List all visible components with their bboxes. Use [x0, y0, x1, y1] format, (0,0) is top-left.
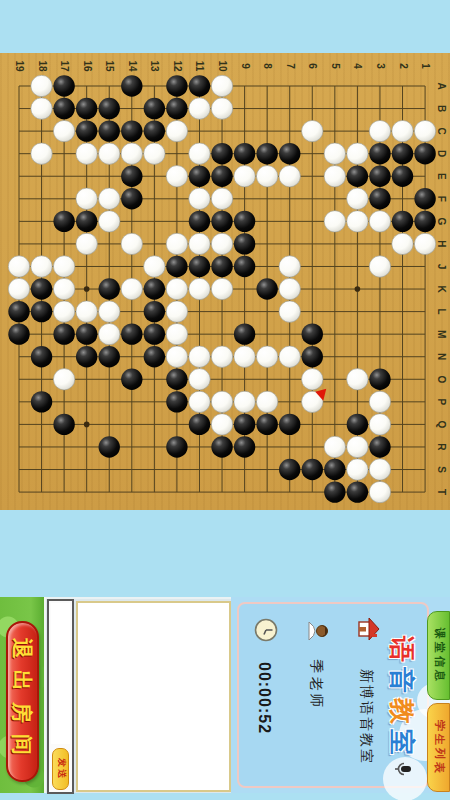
black-stone: [166, 75, 187, 96]
house-icon: [351, 616, 381, 642]
svg-text:17: 17: [59, 60, 70, 72]
black-stone: [76, 211, 97, 232]
black-stone: [53, 75, 74, 96]
tab-class-info-label: 课堂信息: [432, 628, 447, 684]
svg-text:O: O: [436, 375, 447, 383]
black-stone: [414, 211, 435, 232]
white-stone: [414, 233, 435, 254]
send-button-label: 发送: [55, 758, 68, 780]
svg-text:1: 1: [420, 63, 431, 69]
white-stone: [369, 211, 390, 232]
white-stone: [302, 369, 323, 390]
black-stone: [369, 166, 390, 187]
black-stone: [234, 414, 255, 435]
svg-text:F: F: [436, 196, 447, 202]
black-stone: [53, 211, 74, 232]
white-stone: [324, 166, 345, 187]
white-stone: [31, 98, 52, 119]
send-button[interactable]: 发送: [52, 748, 69, 790]
white-stone: [189, 391, 210, 412]
white-stone: [99, 211, 120, 232]
info-panel: 00:00:52 季老师 新博语音教室 语音教室: [231, 597, 450, 793]
teacher-name: 季老师: [307, 660, 325, 711]
black-stone: [8, 301, 29, 322]
white-stone: [211, 391, 232, 412]
white-stone: [189, 346, 210, 367]
black-stone: [121, 120, 142, 141]
svg-text:8: 8: [262, 63, 273, 69]
black-stone: [53, 98, 74, 119]
white-stone: [53, 301, 74, 322]
black-stone: [76, 346, 97, 367]
white-stone: [166, 346, 187, 367]
svg-text:E: E: [436, 173, 447, 180]
black-stone: [234, 323, 255, 344]
white-stone: [347, 369, 368, 390]
white-stone: [121, 143, 142, 164]
svg-text:11: 11: [194, 61, 205, 72]
white-stone: [99, 143, 120, 164]
black-stone: [234, 211, 255, 232]
exit-room-label: 退出房间: [8, 638, 36, 766]
svg-text:K: K: [436, 285, 447, 293]
black-stone: [144, 98, 165, 119]
svg-text:12: 12: [172, 60, 183, 72]
logo-text: 语音教室: [384, 636, 419, 760]
svg-text:T: T: [436, 489, 447, 495]
app-screen: 19181716151413121110987654321ABCDEFGHJKL…: [0, 0, 450, 800]
svg-text:2: 2: [398, 63, 409, 69]
black-stone: [347, 414, 368, 435]
black-stone: [324, 481, 345, 502]
black-stone: [324, 459, 345, 480]
black-stone: [144, 301, 165, 322]
black-stone: [302, 459, 323, 480]
black-stone: [31, 391, 52, 412]
black-stone: [189, 166, 210, 187]
svg-text:14: 14: [127, 60, 138, 72]
black-stone: [144, 278, 165, 299]
svg-text:N: N: [436, 353, 447, 360]
white-stone: [392, 233, 413, 254]
black-stone: [392, 143, 413, 164]
white-stone: [234, 391, 255, 412]
black-stone: [121, 369, 142, 390]
svg-text:18: 18: [37, 60, 48, 72]
black-stone: [189, 211, 210, 232]
black-stone: [121, 166, 142, 187]
white-stone: [347, 143, 368, 164]
white-stone: [166, 166, 187, 187]
white-stone: [166, 278, 187, 299]
black-stone: [31, 278, 52, 299]
black-stone: [279, 143, 300, 164]
svg-text:P: P: [436, 399, 447, 406]
white-stone: [166, 323, 187, 344]
black-stone: [302, 346, 323, 367]
white-stone: [76, 188, 97, 209]
white-stone: [369, 391, 390, 412]
black-stone: [144, 323, 165, 344]
room-name: 新博语音教室: [357, 669, 375, 765]
white-stone: [211, 278, 232, 299]
white-stone: [211, 346, 232, 367]
white-stone: [211, 98, 232, 119]
white-stone: [211, 414, 232, 435]
svg-text:13: 13: [149, 60, 160, 72]
exit-room-button[interactable]: 退出房间: [6, 621, 39, 782]
svg-text:5: 5: [330, 63, 341, 69]
black-stone: [279, 459, 300, 480]
white-stone: [31, 256, 52, 277]
svg-text:3: 3: [375, 63, 386, 69]
white-stone: [256, 166, 277, 187]
tab-student-list-label: 学生列表: [432, 720, 447, 776]
black-stone: [234, 233, 255, 254]
black-stone: [392, 166, 413, 187]
svg-text:H: H: [436, 240, 447, 247]
black-stone: [189, 414, 210, 435]
white-stone: [279, 256, 300, 277]
black-stone: [144, 120, 165, 141]
black-stone: [53, 414, 74, 435]
white-stone: [279, 301, 300, 322]
svg-text:16: 16: [82, 60, 93, 72]
white-stone: [369, 120, 390, 141]
white-stone: [31, 75, 52, 96]
white-stone: [347, 436, 368, 457]
svg-text:6: 6: [307, 63, 318, 69]
white-stone: [279, 166, 300, 187]
white-stone: [211, 75, 232, 96]
black-stone: [121, 75, 142, 96]
black-stone: [166, 391, 187, 412]
black-stone: [302, 323, 323, 344]
svg-text:R: R: [436, 443, 447, 451]
white-stone: [53, 278, 74, 299]
black-stone: [211, 166, 232, 187]
microphone-icon: [389, 759, 413, 779]
black-stone: [166, 369, 187, 390]
svg-text:S: S: [436, 466, 447, 473]
white-stone: [234, 166, 255, 187]
white-stone: [324, 211, 345, 232]
black-stone: [121, 188, 142, 209]
svg-text:Q: Q: [436, 421, 447, 429]
svg-text:19: 19: [14, 60, 25, 72]
black-stone: [369, 143, 390, 164]
white-stone: [121, 278, 142, 299]
message-list-column[interactable]: 发送: [47, 599, 74, 794]
white-stone: [166, 120, 187, 141]
svg-text:4: 4: [352, 63, 363, 69]
white-stone: [189, 369, 210, 390]
white-stone: [53, 256, 74, 277]
black-stone: [414, 143, 435, 164]
white-stone: [144, 256, 165, 277]
black-stone: [166, 98, 187, 119]
white-stone: [392, 120, 413, 141]
white-stone: [99, 188, 120, 209]
white-stone: [99, 323, 120, 344]
svg-text:L: L: [436, 309, 447, 315]
black-stone: [347, 166, 368, 187]
black-stone: [76, 98, 97, 119]
black-stone: [76, 323, 97, 344]
svg-text:10: 10: [217, 60, 228, 72]
tab-class-info[interactable]: 课堂信息: [427, 611, 450, 700]
black-stone: [256, 414, 277, 435]
white-stone: [369, 459, 390, 480]
timer-value: 00:00:52: [255, 662, 273, 734]
black-stone: [256, 143, 277, 164]
black-stone: [369, 188, 390, 209]
white-stone: [53, 120, 74, 141]
white-stone: [189, 188, 210, 209]
black-stone: [99, 120, 120, 141]
black-stone: [211, 143, 232, 164]
white-stone: [347, 459, 368, 480]
chat-area[interactable]: [76, 601, 231, 792]
black-stone: [234, 436, 255, 457]
white-stone: [234, 346, 255, 367]
black-stone: [121, 323, 142, 344]
svg-text:G: G: [436, 217, 447, 225]
white-stone: [369, 414, 390, 435]
black-stone: [31, 346, 52, 367]
black-stone: [76, 120, 97, 141]
white-stone: [279, 278, 300, 299]
black-stone: [144, 346, 165, 367]
black-stone: [369, 436, 390, 457]
white-stone: [8, 278, 29, 299]
black-stone: [99, 278, 120, 299]
black-stone: [234, 256, 255, 277]
white-stone: [99, 301, 120, 322]
white-stone: [347, 211, 368, 232]
black-stone: [99, 436, 120, 457]
black-stone: [166, 256, 187, 277]
white-stone: [279, 346, 300, 367]
teacher-avatar-icon: [302, 619, 330, 643]
svg-text:A: A: [436, 82, 447, 89]
black-stone: [189, 75, 210, 96]
white-stone: [414, 120, 435, 141]
black-stone: [211, 211, 232, 232]
black-stone: [369, 369, 390, 390]
go-board[interactable]: 19181716151413121110987654321ABCDEFGHJKL…: [0, 53, 450, 510]
black-stone: [392, 211, 413, 232]
white-stone: [369, 481, 390, 502]
white-stone: [76, 143, 97, 164]
black-stone: [211, 436, 232, 457]
black-stone: [211, 256, 232, 277]
tab-student-list[interactable]: 学生列表: [427, 703, 450, 792]
white-stone: [189, 233, 210, 254]
black-stone: [53, 323, 74, 344]
white-stone: [347, 188, 368, 209]
white-stone: [189, 98, 210, 119]
white-stone: [324, 143, 345, 164]
white-stone: [166, 301, 187, 322]
svg-text:B: B: [436, 105, 447, 112]
message-list[interactable]: [51, 603, 70, 744]
svg-text:9: 9: [240, 63, 251, 69]
white-stone: [189, 278, 210, 299]
white-stone: [8, 256, 29, 277]
black-stone: [414, 188, 435, 209]
white-stone: [144, 143, 165, 164]
white-stone: [211, 188, 232, 209]
white-stone: [256, 391, 277, 412]
svg-text:D: D: [436, 150, 447, 157]
white-stone: [211, 233, 232, 254]
black-stone: [256, 278, 277, 299]
white-stone: [76, 301, 97, 322]
svg-text:C: C: [436, 128, 447, 135]
white-stone: [369, 256, 390, 277]
svg-text:M: M: [436, 330, 447, 338]
white-stone: [31, 143, 52, 164]
black-stone: [189, 256, 210, 277]
black-stone: [279, 414, 300, 435]
white-stone: [76, 233, 97, 254]
white-stone: [302, 120, 323, 141]
svg-text:15: 15: [104, 60, 115, 72]
white-stone: [53, 369, 74, 390]
black-stone: [234, 143, 255, 164]
white-stone: [324, 436, 345, 457]
white-stone: [189, 143, 210, 164]
clock-icon: [250, 618, 278, 642]
black-stone: [347, 481, 368, 502]
black-stone: [99, 346, 120, 367]
white-stone: [121, 233, 142, 254]
svg-text:J: J: [436, 264, 447, 270]
black-stone: [8, 323, 29, 344]
black-stone: [99, 98, 120, 119]
white-stone: [166, 233, 187, 254]
white-stone: [256, 346, 277, 367]
black-stone: [31, 301, 52, 322]
svg-text:7: 7: [285, 63, 296, 69]
black-stone: [166, 436, 187, 457]
